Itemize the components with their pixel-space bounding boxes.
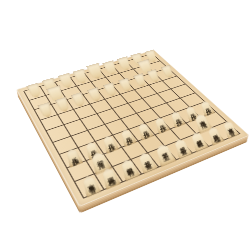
shogi-set-photo: 香車桂馬銀将金将玉将金将銀将桂馬香車飛車角行歩兵歩兵歩兵歩兵歩兵歩兵歩兵歩兵歩兵… bbox=[0, 0, 250, 250]
piece-kanji: 歩兵 bbox=[155, 117, 161, 121]
piece-kanji: 金将 bbox=[140, 152, 147, 157]
piece-sente-銀将-7i[interactable]: 銀将 bbox=[118, 157, 140, 181]
piece-kanji: 金将 bbox=[175, 138, 182, 143]
piece-kanji: 歩兵 bbox=[171, 111, 177, 115]
shogi-board: 香車桂馬銀将金将玉将金将銀将桂馬香車飛車角行歩兵歩兵歩兵歩兵歩兵歩兵歩兵歩兵歩兵… bbox=[16, 50, 250, 207]
piece-sente-歩兵-9g[interactable]: 歩兵 bbox=[64, 147, 83, 168]
piece-kanji: 玉将 bbox=[90, 64, 96, 67]
piece-sente-歩兵-7g[interactable]: 歩兵 bbox=[101, 134, 119, 154]
piece-sente-歩兵-6g[interactable]: 歩兵 bbox=[119, 127, 137, 146]
piece-sente-香車-1i[interactable]: 香車 bbox=[221, 119, 239, 138]
piece-kanji: 金将 bbox=[105, 61, 111, 64]
piece-kanji: 香車 bbox=[83, 175, 91, 181]
piece-sente-王将-5i[interactable]: 王将 bbox=[153, 141, 177, 166]
piece-sente-歩兵-4g[interactable]: 歩兵 bbox=[152, 116, 169, 134]
piece-kanji: 銀将 bbox=[61, 74, 67, 78]
piece-sente-金将-4i[interactable]: 金将 bbox=[172, 137, 192, 159]
piece-sente-歩兵-3g[interactable]: 歩兵 bbox=[168, 110, 185, 128]
piece-kanji: 王将 bbox=[157, 143, 164, 148]
piece-kanji: 香車 bbox=[224, 121, 230, 125]
piece-kanji: 桂馬 bbox=[133, 53, 138, 56]
piece-kanji: 歩兵 bbox=[86, 141, 93, 146]
piece-sente-金将-6i[interactable]: 金将 bbox=[137, 150, 158, 174]
piece-kanji: 銀将 bbox=[119, 57, 124, 60]
piece-kanji: 歩兵 bbox=[67, 148, 74, 153]
piece-kanji: 歩兵 bbox=[139, 122, 146, 126]
piece-sente-銀将-3i[interactable]: 銀将 bbox=[188, 130, 208, 152]
piece-sente-香車-9i[interactable]: 香車 bbox=[79, 174, 100, 198]
piece-kanji: 銀将 bbox=[192, 132, 199, 137]
piece-sente-歩兵-5g[interactable]: 歩兵 bbox=[136, 121, 154, 140]
piece-kanji: 銀将 bbox=[122, 159, 129, 164]
piece-kanji: 歩兵 bbox=[104, 135, 111, 140]
piece-kanji: 桂馬 bbox=[45, 78, 51, 82]
piece-kanji: 金将 bbox=[76, 69, 82, 72]
piece-kanji: 歩兵 bbox=[122, 128, 129, 133]
